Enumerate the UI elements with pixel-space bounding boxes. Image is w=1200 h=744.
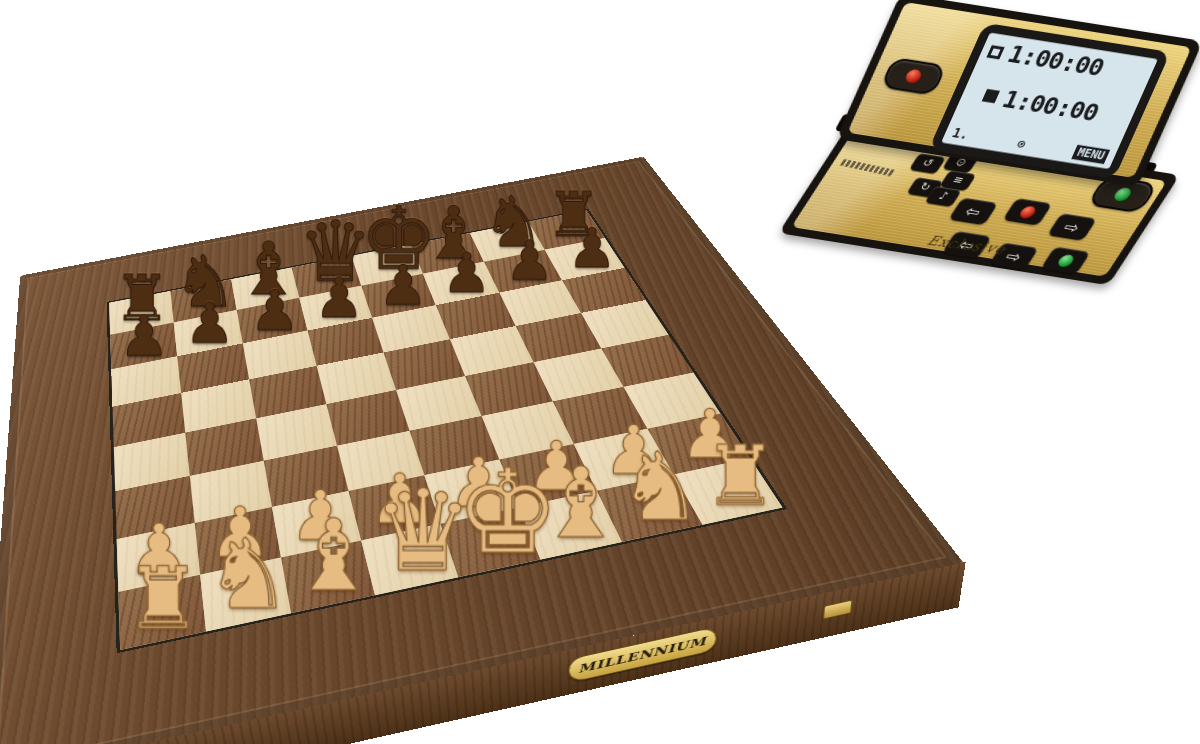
chess-piece[interactable]: ♞ (618, 440, 702, 534)
brand-microtext (840, 159, 896, 176)
timer-icon: ⊙ (1015, 137, 1028, 151)
board-square[interactable]: ♟ (361, 274, 436, 318)
red-dot-icon (904, 69, 924, 84)
red-clear-key[interactable] (1003, 198, 1053, 226)
green-dot-icon (1112, 187, 1134, 202)
green-enter-key[interactable] (1041, 246, 1091, 274)
chess-piece[interactable]: ♜ (120, 556, 206, 641)
chess-piece[interactable]: ♟ (560, 221, 625, 276)
chess-piece[interactable]: ♟ (434, 245, 499, 300)
chess-clock: ↺⊙≡↻♪ ⇦⇨⇦⇨ Exclusive 1:00:00 (766, 0, 1200, 365)
board-square[interactable]: ♝ (281, 541, 375, 614)
white-square-symbol (987, 45, 1005, 59)
chess-piece[interactable]: ♝ (289, 507, 374, 606)
chess-piece[interactable]: ♞ (205, 527, 291, 624)
menu-label[interactable]: MENU (1072, 145, 1110, 164)
board-grid: ♜♞♝♛♚♝♞♜♟♟♟♟♟♟♟♟♟♟♟♟♟♟♟♟♜♞♝♛♚♝♞♜ (107, 209, 788, 654)
chess-piece[interactable]: ♟ (306, 270, 372, 325)
board-square[interactable] (249, 366, 326, 418)
chess-piece[interactable]: ♛ (373, 475, 458, 587)
takeback-icon[interactable]: ↺ (909, 153, 946, 174)
white-time: 1:00:00 (1003, 41, 1108, 82)
chess-piece[interactable]: ♟ (497, 233, 562, 288)
chess-piece[interactable]: ♟ (111, 308, 177, 364)
chess-piece[interactable]: ♜ (699, 435, 782, 517)
lcd-screen: 1:00:00 1:00:00 1. ⊙ MENU (941, 33, 1158, 169)
move-indicator: 1. (950, 126, 972, 143)
red-power-button[interactable] (880, 57, 947, 96)
black-square-symbol (982, 89, 1000, 103)
board-square[interactable]: ♟ (110, 322, 177, 369)
chess-piece[interactable]: ♟ (242, 282, 308, 338)
black-time: 1:00:00 (998, 85, 1103, 126)
brass-latch-icon (823, 599, 853, 619)
chess-piece[interactable]: ♟ (177, 295, 243, 351)
product-photo-stage: ♜♞♝♛♚♝♞♜♟♟♟♟♟♟♟♟♟♟♟♟♟♟♟♟♜♞♝♛♚♝♞♜ MILLENN… (0, 0, 1200, 744)
board-square[interactable]: ♜ (118, 575, 206, 650)
green-dot-icon (1055, 253, 1076, 267)
board-square[interactable] (384, 339, 466, 390)
board-square[interactable] (317, 352, 396, 404)
board-square[interactable]: ♞ (200, 558, 291, 632)
board-square[interactable] (112, 393, 185, 447)
clock-lcd: 1:00:00 1:00:00 1. ⊙ MENU (928, 23, 1170, 179)
brand-plaque: MILLENNIUM (567, 626, 716, 683)
chess-piece[interactable]: ♟ (371, 257, 436, 312)
board-square[interactable] (533, 348, 623, 401)
red-dot-icon (1017, 205, 1038, 219)
board-square[interactable] (177, 343, 249, 393)
board-square[interactable] (181, 379, 256, 432)
arrow-right-icon[interactable]: ⇨ (1047, 213, 1097, 241)
